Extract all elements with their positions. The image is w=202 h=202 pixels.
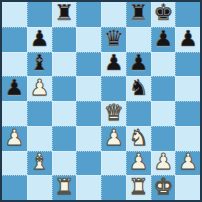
square-a5[interactable]: ♟ <box>2 76 27 101</box>
square-e8[interactable] <box>101 2 126 27</box>
square-e4[interactable]: ♛ <box>101 101 126 126</box>
white-knight[interactable]: ♞ <box>129 127 149 149</box>
black-pawn[interactable]: ♟ <box>129 52 149 74</box>
square-c1[interactable]: ♜ <box>52 175 77 200</box>
white-bishop[interactable]: ♝ <box>30 151 50 173</box>
square-g5[interactable] <box>151 76 176 101</box>
white-king[interactable]: ♚ <box>154 176 174 198</box>
square-g3[interactable] <box>151 126 176 151</box>
square-f6[interactable]: ♟ <box>126 52 151 77</box>
black-pawn[interactable]: ♟ <box>5 77 25 99</box>
square-f8[interactable]: ♜ <box>126 2 151 27</box>
square-e3[interactable]: ♟ <box>101 126 126 151</box>
white-pawn[interactable]: ♟ <box>154 151 174 173</box>
square-c2[interactable] <box>52 151 77 176</box>
square-b7[interactable]: ♟ <box>27 27 52 52</box>
square-b3[interactable] <box>27 126 52 151</box>
square-d1[interactable] <box>76 175 101 200</box>
square-h1[interactable] <box>175 175 200 200</box>
square-h5[interactable] <box>175 76 200 101</box>
square-a1[interactable] <box>2 175 27 200</box>
square-g1[interactable]: ♚ <box>151 175 176 200</box>
square-b6[interactable]: ♝ <box>27 52 52 77</box>
square-b4[interactable] <box>27 101 52 126</box>
white-rook[interactable]: ♜ <box>129 176 149 198</box>
white-pawn[interactable]: ♟ <box>5 127 25 149</box>
square-c4[interactable] <box>52 101 77 126</box>
square-a7[interactable] <box>2 27 27 52</box>
square-a4[interactable] <box>2 101 27 126</box>
square-f7[interactable] <box>126 27 151 52</box>
square-f3[interactable]: ♞ <box>126 126 151 151</box>
black-pawn[interactable]: ♟ <box>178 28 198 50</box>
square-h7[interactable]: ♟ <box>175 27 200 52</box>
square-c7[interactable] <box>52 27 77 52</box>
square-f4[interactable] <box>126 101 151 126</box>
white-pawn[interactable]: ♟ <box>30 77 50 99</box>
square-d3[interactable] <box>76 126 101 151</box>
square-a8[interactable] <box>2 2 27 27</box>
square-d8[interactable] <box>76 2 101 27</box>
square-h8[interactable] <box>175 2 200 27</box>
black-king[interactable]: ♚ <box>154 2 174 24</box>
square-c5[interactable] <box>52 76 77 101</box>
square-d6[interactable] <box>76 52 101 77</box>
square-h6[interactable] <box>175 52 200 77</box>
black-bishop[interactable]: ♝ <box>30 52 50 74</box>
square-f2[interactable]: ♟ <box>126 151 151 176</box>
square-e6[interactable]: ♟ <box>101 52 126 77</box>
square-h4[interactable] <box>175 101 200 126</box>
square-b8[interactable] <box>27 2 52 27</box>
white-rook[interactable]: ♜ <box>55 176 75 198</box>
black-rook[interactable]: ♜ <box>55 2 75 24</box>
square-a2[interactable] <box>2 151 27 176</box>
square-a6[interactable] <box>2 52 27 77</box>
square-h3[interactable] <box>175 126 200 151</box>
black-pawn[interactable]: ♟ <box>30 28 50 50</box>
square-b1[interactable] <box>27 175 52 200</box>
square-c3[interactable] <box>52 126 77 151</box>
black-queen[interactable]: ♛ <box>104 28 124 50</box>
white-pawn[interactable]: ♟ <box>178 151 198 173</box>
white-queen[interactable]: ♛ <box>104 102 124 124</box>
square-e7[interactable]: ♛ <box>101 27 126 52</box>
square-f5[interactable]: ♞ <box>126 76 151 101</box>
square-h2[interactable]: ♟ <box>175 151 200 176</box>
square-g7[interactable]: ♟ <box>151 27 176 52</box>
square-a3[interactable]: ♟ <box>2 126 27 151</box>
square-g4[interactable] <box>151 101 176 126</box>
square-d4[interactable] <box>76 101 101 126</box>
square-g2[interactable]: ♟ <box>151 151 176 176</box>
square-f1[interactable]: ♜ <box>126 175 151 200</box>
square-d2[interactable] <box>76 151 101 176</box>
square-e5[interactable] <box>101 76 126 101</box>
square-e2[interactable] <box>101 151 126 176</box>
square-g8[interactable]: ♚ <box>151 2 176 27</box>
square-d5[interactable] <box>76 76 101 101</box>
black-rook[interactable]: ♜ <box>129 2 149 24</box>
square-g6[interactable] <box>151 52 176 77</box>
white-pawn[interactable]: ♟ <box>104 127 124 149</box>
square-b5[interactable]: ♟ <box>27 76 52 101</box>
square-d7[interactable] <box>76 27 101 52</box>
black-pawn[interactable]: ♟ <box>154 28 174 50</box>
square-e1[interactable] <box>101 175 126 200</box>
black-knight[interactable]: ♞ <box>129 77 149 99</box>
white-pawn[interactable]: ♟ <box>129 151 149 173</box>
square-c6[interactable] <box>52 52 77 77</box>
square-c8[interactable]: ♜ <box>52 2 77 27</box>
square-b2[interactable]: ♝ <box>27 151 52 176</box>
black-pawn[interactable]: ♟ <box>104 52 124 74</box>
chess-board: ♜♜♚♟♛♟♟♝♟♟♟♟♞♛♟♟♞♝♟♟♟♜♜♚ <box>0 0 202 202</box>
